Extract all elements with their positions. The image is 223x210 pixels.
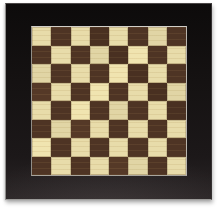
square-c5[interactable] <box>71 83 90 102</box>
square-b8[interactable] <box>51 27 70 46</box>
square-g2[interactable] <box>148 138 167 157</box>
square-e5[interactable] <box>109 83 128 102</box>
square-a2[interactable] <box>32 138 51 157</box>
square-a1[interactable] <box>32 157 51 176</box>
square-g3[interactable] <box>148 120 167 139</box>
chess-board <box>32 27 186 175</box>
square-c8[interactable] <box>71 27 90 46</box>
square-e1[interactable] <box>109 157 128 176</box>
square-h6[interactable] <box>167 64 186 83</box>
square-c4[interactable] <box>71 101 90 120</box>
board-surface <box>31 26 187 176</box>
square-a8[interactable] <box>32 27 51 46</box>
square-b4[interactable] <box>51 101 70 120</box>
square-c7[interactable] <box>71 46 90 65</box>
square-h5[interactable] <box>167 83 186 102</box>
square-h7[interactable] <box>167 46 186 65</box>
square-d8[interactable] <box>90 27 109 46</box>
square-h8[interactable] <box>167 27 186 46</box>
square-c1[interactable] <box>71 157 90 176</box>
square-d6[interactable] <box>90 64 109 83</box>
square-b6[interactable] <box>51 64 70 83</box>
square-c6[interactable] <box>71 64 90 83</box>
square-f2[interactable] <box>128 138 147 157</box>
chessboard-photo <box>5 3 212 200</box>
square-f5[interactable] <box>128 83 147 102</box>
square-a6[interactable] <box>32 64 51 83</box>
square-g6[interactable] <box>148 64 167 83</box>
square-c3[interactable] <box>71 120 90 139</box>
square-h3[interactable] <box>167 120 186 139</box>
square-g8[interactable] <box>148 27 167 46</box>
square-e2[interactable] <box>109 138 128 157</box>
square-a7[interactable] <box>32 46 51 65</box>
square-d1[interactable] <box>90 157 109 176</box>
square-b2[interactable] <box>51 138 70 157</box>
square-b1[interactable] <box>51 157 70 176</box>
square-a4[interactable] <box>32 101 51 120</box>
square-d2[interactable] <box>90 138 109 157</box>
square-b7[interactable] <box>51 46 70 65</box>
square-b5[interactable] <box>51 83 70 102</box>
square-d5[interactable] <box>90 83 109 102</box>
square-g4[interactable] <box>148 101 167 120</box>
square-g1[interactable] <box>148 157 167 176</box>
square-a5[interactable] <box>32 83 51 102</box>
square-h4[interactable] <box>167 101 186 120</box>
square-a3[interactable] <box>32 120 51 139</box>
square-d3[interactable] <box>90 120 109 139</box>
square-e6[interactable] <box>109 64 128 83</box>
square-f6[interactable] <box>128 64 147 83</box>
square-g7[interactable] <box>148 46 167 65</box>
square-d4[interactable] <box>90 101 109 120</box>
square-e8[interactable] <box>109 27 128 46</box>
square-c2[interactable] <box>71 138 90 157</box>
square-e7[interactable] <box>109 46 128 65</box>
square-f8[interactable] <box>128 27 147 46</box>
square-e4[interactable] <box>109 101 128 120</box>
square-f1[interactable] <box>128 157 147 176</box>
square-f7[interactable] <box>128 46 147 65</box>
square-h2[interactable] <box>167 138 186 157</box>
square-b3[interactable] <box>51 120 70 139</box>
square-f4[interactable] <box>128 101 147 120</box>
square-d7[interactable] <box>90 46 109 65</box>
square-h1[interactable] <box>167 157 186 176</box>
square-f3[interactable] <box>128 120 147 139</box>
square-g5[interactable] <box>148 83 167 102</box>
square-e3[interactable] <box>109 120 128 139</box>
